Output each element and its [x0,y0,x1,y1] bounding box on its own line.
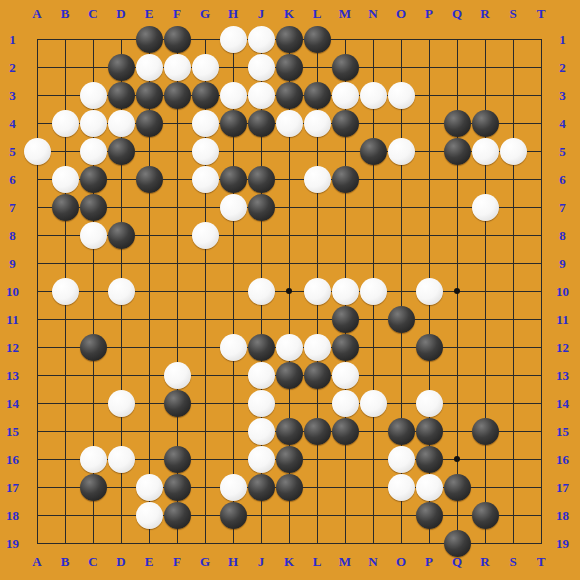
intersection-R10[interactable] [471,277,499,305]
intersection-S8[interactable] [499,221,527,249]
intersection-M6[interactable] [331,165,359,193]
intersection-R7[interactable] [471,193,499,221]
intersection-P6[interactable] [415,165,443,193]
intersection-C16[interactable] [79,445,107,473]
intersection-S10[interactable] [499,277,527,305]
intersection-K15[interactable] [275,417,303,445]
intersection-K8[interactable] [275,221,303,249]
intersection-Q9[interactable] [443,249,471,277]
intersection-S7[interactable] [499,193,527,221]
intersection-B18[interactable] [51,501,79,529]
intersection-R9[interactable] [471,249,499,277]
intersection-J16[interactable] [247,445,275,473]
intersection-G12[interactable] [191,333,219,361]
intersection-N19[interactable] [359,529,387,557]
intersection-A2[interactable] [23,53,51,81]
intersection-R8[interactable] [471,221,499,249]
intersection-J15[interactable] [247,417,275,445]
intersection-L10[interactable] [303,277,331,305]
intersection-B11[interactable] [51,305,79,333]
intersection-T15[interactable] [527,417,555,445]
intersection-H13[interactable] [219,361,247,389]
intersection-P3[interactable] [415,81,443,109]
intersection-O19[interactable] [387,529,415,557]
intersection-Q12[interactable] [443,333,471,361]
intersection-T4[interactable] [527,109,555,137]
intersection-B4[interactable] [51,109,79,137]
intersection-P1[interactable] [415,25,443,53]
intersection-E13[interactable] [135,361,163,389]
intersection-C3[interactable] [79,81,107,109]
intersection-J4[interactable] [247,109,275,137]
intersection-L6[interactable] [303,165,331,193]
intersection-H2[interactable] [219,53,247,81]
intersection-K12[interactable] [275,333,303,361]
intersection-L19[interactable] [303,529,331,557]
intersection-O14[interactable] [387,389,415,417]
intersection-N4[interactable] [359,109,387,137]
intersection-M8[interactable] [331,221,359,249]
intersection-P2[interactable] [415,53,443,81]
intersection-A6[interactable] [23,165,51,193]
intersection-G14[interactable] [191,389,219,417]
intersection-M4[interactable] [331,109,359,137]
intersection-L18[interactable] [303,501,331,529]
intersection-D18[interactable] [107,501,135,529]
intersection-O16[interactable] [387,445,415,473]
intersection-T11[interactable] [527,305,555,333]
intersection-O17[interactable] [387,473,415,501]
intersection-C13[interactable] [79,361,107,389]
intersection-E11[interactable] [135,305,163,333]
intersection-H17[interactable] [219,473,247,501]
intersection-R5[interactable] [471,137,499,165]
intersection-Q1[interactable] [443,25,471,53]
intersection-J18[interactable] [247,501,275,529]
intersection-A12[interactable] [23,333,51,361]
intersection-A17[interactable] [23,473,51,501]
intersection-O18[interactable] [387,501,415,529]
intersection-O1[interactable] [387,25,415,53]
intersection-J17[interactable] [247,473,275,501]
intersection-Q16[interactable] [443,445,471,473]
intersection-J6[interactable] [247,165,275,193]
intersection-K10[interactable] [275,277,303,305]
intersection-C14[interactable] [79,389,107,417]
intersection-M16[interactable] [331,445,359,473]
intersection-L15[interactable] [303,417,331,445]
intersection-L16[interactable] [303,445,331,473]
intersection-T16[interactable] [527,445,555,473]
intersection-B1[interactable] [51,25,79,53]
intersection-N11[interactable] [359,305,387,333]
intersection-H3[interactable] [219,81,247,109]
intersection-G2[interactable] [191,53,219,81]
intersection-C5[interactable] [79,137,107,165]
intersection-N6[interactable] [359,165,387,193]
intersection-J10[interactable] [247,277,275,305]
intersection-N5[interactable] [359,137,387,165]
intersection-K3[interactable] [275,81,303,109]
intersection-A8[interactable] [23,221,51,249]
intersection-C15[interactable] [79,417,107,445]
intersection-M19[interactable] [331,529,359,557]
intersection-P11[interactable] [415,305,443,333]
intersection-A10[interactable] [23,277,51,305]
intersection-H18[interactable] [219,501,247,529]
intersection-N10[interactable] [359,277,387,305]
intersection-B12[interactable] [51,333,79,361]
intersection-L1[interactable] [303,25,331,53]
intersection-B9[interactable] [51,249,79,277]
intersection-S11[interactable] [499,305,527,333]
intersection-S5[interactable] [499,137,527,165]
intersection-C8[interactable] [79,221,107,249]
intersection-D14[interactable] [107,389,135,417]
intersection-Q14[interactable] [443,389,471,417]
intersection-J19[interactable] [247,529,275,557]
intersection-G13[interactable] [191,361,219,389]
intersection-L2[interactable] [303,53,331,81]
intersection-D3[interactable] [107,81,135,109]
intersection-P5[interactable] [415,137,443,165]
intersection-E16[interactable] [135,445,163,473]
intersection-Q2[interactable] [443,53,471,81]
intersection-R14[interactable] [471,389,499,417]
intersection-E9[interactable] [135,249,163,277]
intersection-D15[interactable] [107,417,135,445]
intersection-N1[interactable] [359,25,387,53]
intersection-O2[interactable] [387,53,415,81]
intersection-M9[interactable] [331,249,359,277]
intersection-A16[interactable] [23,445,51,473]
intersection-J9[interactable] [247,249,275,277]
intersection-D2[interactable] [107,53,135,81]
intersection-P9[interactable] [415,249,443,277]
intersection-S18[interactable] [499,501,527,529]
intersection-J12[interactable] [247,333,275,361]
intersection-C10[interactable] [79,277,107,305]
intersection-C9[interactable] [79,249,107,277]
intersection-F8[interactable] [163,221,191,249]
intersection-M3[interactable] [331,81,359,109]
intersection-E4[interactable] [135,109,163,137]
intersection-N16[interactable] [359,445,387,473]
intersection-C18[interactable] [79,501,107,529]
intersection-R17[interactable] [471,473,499,501]
intersection-G4[interactable] [191,109,219,137]
intersection-M18[interactable] [331,501,359,529]
intersection-S6[interactable] [499,165,527,193]
intersection-H19[interactable] [219,529,247,557]
intersection-J11[interactable] [247,305,275,333]
intersection-Q19[interactable] [443,529,471,557]
intersection-A14[interactable] [23,389,51,417]
intersection-K2[interactable] [275,53,303,81]
intersection-T14[interactable] [527,389,555,417]
intersection-P12[interactable] [415,333,443,361]
intersection-F9[interactable] [163,249,191,277]
intersection-T2[interactable] [527,53,555,81]
intersection-K9[interactable] [275,249,303,277]
intersection-G16[interactable] [191,445,219,473]
intersection-F10[interactable] [163,277,191,305]
intersection-Q7[interactable] [443,193,471,221]
intersection-F7[interactable] [163,193,191,221]
intersection-K14[interactable] [275,389,303,417]
intersection-T7[interactable] [527,193,555,221]
intersection-F17[interactable] [163,473,191,501]
intersection-D11[interactable] [107,305,135,333]
intersection-N7[interactable] [359,193,387,221]
intersection-L3[interactable] [303,81,331,109]
intersection-C6[interactable] [79,165,107,193]
intersection-J2[interactable] [247,53,275,81]
intersection-S17[interactable] [499,473,527,501]
intersection-S14[interactable] [499,389,527,417]
intersection-D9[interactable] [107,249,135,277]
intersection-F4[interactable] [163,109,191,137]
intersection-H10[interactable] [219,277,247,305]
intersection-A9[interactable] [23,249,51,277]
intersection-Q4[interactable] [443,109,471,137]
intersection-B5[interactable] [51,137,79,165]
intersection-N15[interactable] [359,417,387,445]
intersection-F11[interactable] [163,305,191,333]
intersection-D12[interactable] [107,333,135,361]
intersection-F15[interactable] [163,417,191,445]
intersection-F19[interactable] [163,529,191,557]
intersection-R11[interactable] [471,305,499,333]
intersection-E8[interactable] [135,221,163,249]
intersection-E19[interactable] [135,529,163,557]
intersection-M14[interactable] [331,389,359,417]
intersection-H16[interactable] [219,445,247,473]
intersection-R13[interactable] [471,361,499,389]
intersection-M17[interactable] [331,473,359,501]
intersection-H5[interactable] [219,137,247,165]
intersection-T1[interactable] [527,25,555,53]
intersection-L17[interactable] [303,473,331,501]
intersection-B10[interactable] [51,277,79,305]
intersection-K7[interactable] [275,193,303,221]
intersection-S15[interactable] [499,417,527,445]
intersection-P8[interactable] [415,221,443,249]
intersection-E17[interactable] [135,473,163,501]
intersection-S1[interactable] [499,25,527,53]
intersection-C7[interactable] [79,193,107,221]
intersection-M5[interactable] [331,137,359,165]
intersection-N13[interactable] [359,361,387,389]
intersection-G8[interactable] [191,221,219,249]
intersection-E12[interactable] [135,333,163,361]
intersection-T10[interactable] [527,277,555,305]
intersection-G5[interactable] [191,137,219,165]
intersection-C12[interactable] [79,333,107,361]
intersection-E7[interactable] [135,193,163,221]
intersection-S16[interactable] [499,445,527,473]
intersection-K19[interactable] [275,529,303,557]
intersection-P4[interactable] [415,109,443,137]
intersection-H4[interactable] [219,109,247,137]
intersection-O8[interactable] [387,221,415,249]
intersection-C19[interactable] [79,529,107,557]
intersection-D4[interactable] [107,109,135,137]
intersection-B13[interactable] [51,361,79,389]
intersection-T6[interactable] [527,165,555,193]
intersection-O3[interactable] [387,81,415,109]
intersection-J3[interactable] [247,81,275,109]
intersection-G6[interactable] [191,165,219,193]
intersection-H15[interactable] [219,417,247,445]
intersection-F2[interactable] [163,53,191,81]
intersection-K13[interactable] [275,361,303,389]
intersection-D8[interactable] [107,221,135,249]
intersection-G19[interactable] [191,529,219,557]
intersection-O10[interactable] [387,277,415,305]
intersection-K17[interactable] [275,473,303,501]
intersection-L8[interactable] [303,221,331,249]
intersection-P15[interactable] [415,417,443,445]
intersection-P19[interactable] [415,529,443,557]
intersection-A3[interactable] [23,81,51,109]
intersection-H1[interactable] [219,25,247,53]
intersection-B7[interactable] [51,193,79,221]
intersection-D16[interactable] [107,445,135,473]
intersection-S19[interactable] [499,529,527,557]
intersection-M2[interactable] [331,53,359,81]
intersection-H8[interactable] [219,221,247,249]
intersection-B19[interactable] [51,529,79,557]
intersection-P14[interactable] [415,389,443,417]
intersection-D10[interactable] [107,277,135,305]
intersection-R15[interactable] [471,417,499,445]
intersection-A1[interactable] [23,25,51,53]
intersection-N18[interactable] [359,501,387,529]
intersection-Q17[interactable] [443,473,471,501]
intersection-L7[interactable] [303,193,331,221]
intersection-P16[interactable] [415,445,443,473]
intersection-M12[interactable] [331,333,359,361]
intersection-G10[interactable] [191,277,219,305]
intersection-H7[interactable] [219,193,247,221]
intersection-A4[interactable] [23,109,51,137]
intersection-P17[interactable] [415,473,443,501]
intersection-T9[interactable] [527,249,555,277]
intersection-G7[interactable] [191,193,219,221]
intersection-R2[interactable] [471,53,499,81]
intersection-F5[interactable] [163,137,191,165]
intersection-R6[interactable] [471,165,499,193]
intersection-R3[interactable] [471,81,499,109]
intersection-Q13[interactable] [443,361,471,389]
intersection-E14[interactable] [135,389,163,417]
intersection-D13[interactable] [107,361,135,389]
intersection-N9[interactable] [359,249,387,277]
intersection-N17[interactable] [359,473,387,501]
intersection-K18[interactable] [275,501,303,529]
intersection-Q5[interactable] [443,137,471,165]
intersection-B16[interactable] [51,445,79,473]
intersection-K1[interactable] [275,25,303,53]
intersection-L11[interactable] [303,305,331,333]
intersection-G18[interactable] [191,501,219,529]
intersection-L9[interactable] [303,249,331,277]
intersection-B6[interactable] [51,165,79,193]
intersection-T18[interactable] [527,501,555,529]
intersection-E5[interactable] [135,137,163,165]
intersection-O9[interactable] [387,249,415,277]
intersection-D5[interactable] [107,137,135,165]
intersection-H9[interactable] [219,249,247,277]
intersection-N2[interactable] [359,53,387,81]
intersection-J7[interactable] [247,193,275,221]
intersection-G9[interactable] [191,249,219,277]
intersection-T13[interactable] [527,361,555,389]
intersection-T8[interactable] [527,221,555,249]
intersection-K6[interactable] [275,165,303,193]
intersection-Q11[interactable] [443,305,471,333]
intersection-F16[interactable] [163,445,191,473]
intersection-L4[interactable] [303,109,331,137]
intersection-E6[interactable] [135,165,163,193]
intersection-E1[interactable] [135,25,163,53]
intersection-C2[interactable] [79,53,107,81]
intersection-T17[interactable] [527,473,555,501]
intersection-T3[interactable] [527,81,555,109]
intersection-G15[interactable] [191,417,219,445]
intersection-E2[interactable] [135,53,163,81]
intersection-P10[interactable] [415,277,443,305]
intersection-O13[interactable] [387,361,415,389]
intersection-A13[interactable] [23,361,51,389]
intersection-M11[interactable] [331,305,359,333]
intersection-P18[interactable] [415,501,443,529]
intersection-N3[interactable] [359,81,387,109]
intersection-H11[interactable] [219,305,247,333]
intersection-D17[interactable] [107,473,135,501]
intersection-F18[interactable] [163,501,191,529]
intersection-J14[interactable] [247,389,275,417]
intersection-D6[interactable] [107,165,135,193]
intersection-F14[interactable] [163,389,191,417]
intersection-B8[interactable] [51,221,79,249]
intersection-R1[interactable] [471,25,499,53]
intersection-E3[interactable] [135,81,163,109]
intersection-T5[interactable] [527,137,555,165]
intersection-E10[interactable] [135,277,163,305]
intersection-S4[interactable] [499,109,527,137]
intersection-L13[interactable] [303,361,331,389]
intersection-C17[interactable] [79,473,107,501]
intersection-R12[interactable] [471,333,499,361]
intersection-F1[interactable] [163,25,191,53]
intersection-A11[interactable] [23,305,51,333]
intersection-D1[interactable] [107,25,135,53]
intersection-H6[interactable] [219,165,247,193]
intersection-G17[interactable] [191,473,219,501]
intersection-A7[interactable] [23,193,51,221]
intersection-A18[interactable] [23,501,51,529]
intersection-G1[interactable] [191,25,219,53]
intersection-K4[interactable] [275,109,303,137]
intersection-R18[interactable] [471,501,499,529]
intersection-S12[interactable] [499,333,527,361]
intersection-F13[interactable] [163,361,191,389]
intersection-E15[interactable] [135,417,163,445]
intersection-N8[interactable] [359,221,387,249]
intersection-A5[interactable] [23,137,51,165]
